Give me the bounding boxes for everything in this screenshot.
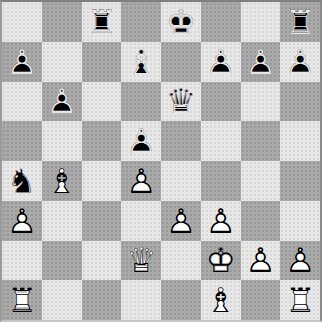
square-e2[interactable] [161,241,201,281]
square-f5[interactable] [201,121,241,161]
square-g7[interactable]: ♟♙ [241,42,281,82]
white-queen-piece: ♛♕ [121,241,161,281]
white-rook-piece: ♜♖ [2,280,42,320]
square-e4[interactable] [161,161,201,201]
square-d1[interactable] [121,280,161,320]
square-f4[interactable] [201,161,241,201]
square-h4[interactable] [280,161,320,201]
black-pawn-piece: ♟♙ [280,42,320,82]
square-h2[interactable]: ♟♙ [280,241,320,281]
black-pawn-piece: ♟♙ [2,42,42,82]
black-pawn-piece: ♟♙ [42,82,82,122]
square-h6[interactable] [280,82,320,122]
white-pawn-piece: ♟♙ [280,241,320,281]
square-f6[interactable] [201,82,241,122]
white-pawn-piece: ♟♙ [2,201,42,241]
square-b5[interactable] [42,121,82,161]
square-h1[interactable]: ♜♖ [280,280,320,320]
square-a6[interactable] [2,82,42,122]
square-d5[interactable]: ♟♙ [121,121,161,161]
square-c6[interactable] [82,82,122,122]
black-king-piece: ♚♔ [161,2,201,42]
white-rook-piece: ♜♖ [280,280,320,320]
square-d4[interactable]: ♟♙ [121,161,161,201]
white-pawn-piece: ♟♙ [241,241,281,281]
square-c1[interactable] [82,280,122,320]
square-f3[interactable]: ♟♙ [201,201,241,241]
square-a1[interactable]: ♜♖ [2,280,42,320]
square-h7[interactable]: ♟♙ [280,42,320,82]
square-b6[interactable]: ♟♙ [42,82,82,122]
square-c7[interactable] [82,42,122,82]
white-pawn-piece: ♟♙ [161,201,201,241]
square-b8[interactable] [42,2,82,42]
square-h5[interactable] [280,121,320,161]
square-e7[interactable] [161,42,201,82]
square-c4[interactable] [82,161,122,201]
square-a7[interactable]: ♟♙ [2,42,42,82]
black-rook-piece: ♜♖ [82,2,122,42]
square-f7[interactable]: ♟♙ [201,42,241,82]
square-f8[interactable] [201,2,241,42]
white-bishop-piece: ♝♗ [201,280,241,320]
square-e1[interactable] [161,280,201,320]
square-c2[interactable] [82,241,122,281]
square-a8[interactable] [2,2,42,42]
square-e5[interactable] [161,121,201,161]
square-g2[interactable]: ♟♙ [241,241,281,281]
white-pawn-piece: ♟♙ [201,201,241,241]
square-a5[interactable] [2,121,42,161]
square-b2[interactable] [42,241,82,281]
black-bishop-piece: ♝♗ [121,42,161,82]
black-pawn-piece: ♟♙ [121,121,161,161]
square-e8[interactable]: ♚♔ [161,2,201,42]
black-knight-piece: ♞♘ [2,161,42,201]
square-g6[interactable] [241,82,281,122]
square-c3[interactable] [82,201,122,241]
square-b4[interactable]: ♝♗ [42,161,82,201]
square-d2[interactable]: ♛♕ [121,241,161,281]
square-a3[interactable]: ♟♙ [2,201,42,241]
square-a4[interactable]: ♞♘ [2,161,42,201]
square-b7[interactable] [42,42,82,82]
square-g8[interactable] [241,2,281,42]
square-d7[interactable]: ♝♗ [121,42,161,82]
square-h3[interactable] [280,201,320,241]
black-pawn-piece: ♟♙ [201,42,241,82]
square-c8[interactable]: ♜♖ [82,2,122,42]
square-h8[interactable]: ♜♖ [280,2,320,42]
black-queen-piece: ♛♕ [161,82,201,122]
square-e6[interactable]: ♛♕ [161,82,201,122]
square-f2[interactable]: ♚♔ [201,241,241,281]
white-bishop-piece: ♝♗ [42,161,82,201]
square-e3[interactable]: ♟♙ [161,201,201,241]
square-b3[interactable] [42,201,82,241]
square-d3[interactable] [121,201,161,241]
square-c5[interactable] [82,121,122,161]
square-g1[interactable] [241,280,281,320]
square-g4[interactable] [241,161,281,201]
white-king-piece: ♚♔ [201,241,241,281]
square-g3[interactable] [241,201,281,241]
square-d8[interactable] [121,2,161,42]
white-pawn-piece: ♟♙ [121,161,161,201]
square-f1[interactable]: ♝♗ [201,280,241,320]
chess-board: ♜♖♚♔♜♖♟♙♝♗♟♙♟♙♟♙♟♙♛♕♟♙♞♘♝♗♟♙♟♙♟♙♟♙♛♕♚♔♟♙… [2,2,320,320]
black-rook-piece: ♜♖ [280,2,320,42]
square-d6[interactable] [121,82,161,122]
square-g5[interactable] [241,121,281,161]
chess-board-frame: ♜♖♚♔♜♖♟♙♝♗♟♙♟♙♟♙♟♙♛♕♟♙♞♘♝♗♟♙♟♙♟♙♟♙♛♕♚♔♟♙… [0,0,322,322]
square-b1[interactable] [42,280,82,320]
square-a2[interactable] [2,241,42,281]
black-pawn-piece: ♟♙ [241,42,281,82]
